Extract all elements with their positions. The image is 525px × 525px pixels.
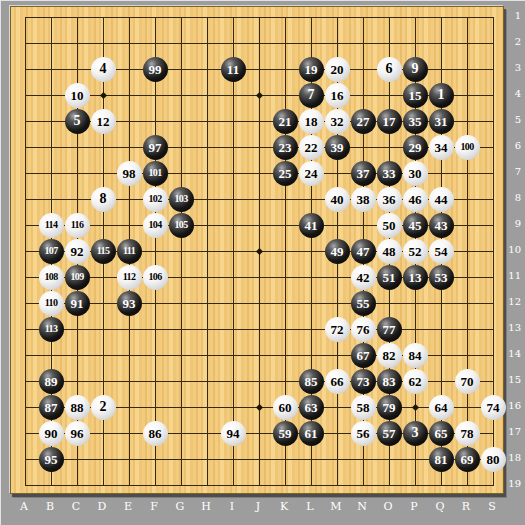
- stone-move-number: 92: [71, 245, 84, 258]
- stone-move-number: 104: [148, 220, 161, 230]
- column-label: M: [323, 501, 349, 513]
- stone: 78: [455, 421, 480, 446]
- stone: 107: [39, 239, 64, 264]
- stone-move-number: 80: [487, 453, 500, 466]
- stone-move-number: 35: [409, 115, 422, 128]
- stone: 29: [403, 135, 428, 160]
- stone: 113: [39, 317, 64, 342]
- stone-move-number: 12: [97, 115, 110, 128]
- stone: 50: [377, 213, 402, 238]
- stone-move-number: 108: [44, 272, 57, 282]
- stone: 44: [429, 187, 454, 212]
- stone-move-number: 41: [305, 219, 318, 232]
- stone: 49: [325, 239, 350, 264]
- row-label: 15: [505, 374, 521, 386]
- stone: 110: [39, 291, 64, 316]
- stone-move-number: 54: [435, 245, 448, 258]
- stone: 8: [91, 187, 116, 212]
- stone-move-number: 10: [71, 89, 84, 102]
- stone: 61: [299, 421, 324, 446]
- stone-move-number: 66: [331, 375, 344, 388]
- stone-move-number: 38: [357, 193, 370, 206]
- stone: 100: [455, 135, 480, 160]
- row-label: 6: [505, 140, 521, 152]
- row-label: 5: [505, 114, 521, 126]
- stone-move-number: 45: [409, 219, 422, 232]
- column-label: H: [193, 501, 219, 513]
- stone-move-number: 63: [305, 401, 318, 414]
- stone-move-number: 64: [435, 401, 448, 414]
- stone-move-number: 96: [71, 427, 84, 440]
- stone: 105: [169, 213, 194, 238]
- stone: 81: [429, 447, 454, 472]
- stone-move-number: 65: [435, 427, 448, 440]
- stone-move-number: 114: [45, 220, 58, 230]
- stone-move-number: 93: [123, 297, 136, 310]
- stone: 109: [65, 265, 90, 290]
- stone-move-number: 27: [357, 115, 370, 128]
- stone-move-number: 52: [409, 245, 422, 258]
- stone-move-number: 76: [357, 323, 370, 336]
- column-label: N: [349, 501, 375, 513]
- stone: 42: [351, 265, 376, 290]
- stone: 104: [143, 213, 168, 238]
- stone: 67: [351, 343, 376, 368]
- column-label: B: [37, 501, 63, 513]
- stone-move-number: 87: [45, 401, 58, 414]
- row-label: 12: [505, 296, 521, 308]
- column-label: I: [219, 501, 245, 513]
- row-label: 16: [505, 400, 521, 412]
- stone: 38: [351, 187, 376, 212]
- stone-move-number: 69: [461, 453, 474, 466]
- stone: 6: [377, 57, 402, 82]
- row-label: 18: [505, 452, 521, 464]
- stone: 74: [481, 395, 506, 420]
- stone-move-number: 112: [123, 272, 136, 282]
- row-label: 14: [505, 348, 521, 360]
- column-label: G: [167, 501, 193, 513]
- bottom-coordinate-band: ABCDEFGHIJKLMNOPQRS: [1, 498, 525, 525]
- stone: 4: [91, 57, 116, 82]
- stone: 111: [117, 239, 142, 264]
- stone: 30: [403, 161, 428, 186]
- stone-move-number: 74: [487, 401, 500, 414]
- stone-move-number: 32: [331, 115, 344, 128]
- stone: 72: [325, 317, 350, 342]
- stone: 2: [91, 395, 116, 420]
- stone-move-number: 53: [435, 271, 448, 284]
- stone: 53: [429, 265, 454, 290]
- stone-move-number: 19: [305, 63, 318, 76]
- stone: 63: [299, 395, 324, 420]
- stone-move-number: 102: [148, 194, 161, 204]
- stone-move-number: 67: [357, 349, 370, 362]
- stone-move-number: 107: [44, 246, 57, 256]
- stone-move-number: 47: [357, 245, 370, 258]
- stone: 15: [403, 83, 428, 108]
- stone-move-number: 15: [409, 89, 422, 102]
- stone: 95: [39, 447, 64, 472]
- stone: 43: [429, 213, 454, 238]
- stone: 96: [65, 421, 90, 446]
- row-label: 9: [505, 218, 521, 230]
- stone: 9: [403, 57, 428, 82]
- stone: 54: [429, 239, 454, 264]
- stone-move-number: 115: [97, 246, 110, 256]
- stone-move-number: 29: [409, 141, 422, 154]
- stone: 55: [351, 291, 376, 316]
- stone-move-number: 30: [409, 167, 422, 180]
- row-label: 19: [505, 478, 521, 490]
- stone: 25: [273, 161, 298, 186]
- stone: 45: [403, 213, 428, 238]
- stone-move-number: 109: [70, 272, 83, 282]
- stone-move-number: 73: [357, 375, 370, 388]
- stone-move-number: 99: [149, 63, 162, 76]
- goban[interactable]: 1234567891011121315161718192021222324252…: [10, 6, 504, 494]
- stone-move-number: 113: [45, 324, 58, 334]
- stone-move-number: 51: [383, 271, 396, 284]
- stone-move-number: 89: [45, 375, 58, 388]
- stone: 69: [455, 447, 480, 472]
- stone: 59: [273, 421, 298, 446]
- stone-move-number: 100: [460, 142, 473, 152]
- stone: 82: [377, 343, 402, 368]
- app-window: 1234567891011121315161718192021222324252…: [0, 0, 525, 525]
- stone-move-number: 86: [149, 427, 162, 440]
- stone: 5: [65, 109, 90, 134]
- stone: 106: [143, 265, 168, 290]
- stone: 103: [169, 187, 194, 212]
- stone-move-number: 48: [383, 245, 396, 258]
- column-label: S: [479, 501, 505, 513]
- stone: 23: [273, 135, 298, 160]
- stone: 11: [221, 57, 246, 82]
- stone-move-number: 56: [357, 427, 370, 440]
- stone-move-number: 91: [71, 297, 84, 310]
- stone-move-number: 55: [357, 297, 370, 310]
- stone-move-number: 17: [383, 115, 396, 128]
- stone-move-number: 46: [409, 193, 422, 206]
- stone-move-number: 111: [123, 246, 135, 256]
- stone-move-number: 43: [435, 219, 448, 232]
- stone: 37: [351, 161, 376, 186]
- row-label: 8: [505, 192, 521, 204]
- row-label: 13: [505, 322, 521, 334]
- stone-move-number: 42: [357, 271, 370, 284]
- stone: 32: [325, 109, 350, 134]
- stone-move-number: 103: [174, 194, 187, 204]
- stone: 65: [429, 421, 454, 446]
- stone-move-number: 98: [123, 167, 136, 180]
- stone: 90: [39, 421, 64, 446]
- stone-move-number: 6: [386, 62, 393, 76]
- stone: 85: [299, 369, 324, 394]
- row-label: 17: [505, 426, 521, 438]
- column-label: D: [89, 501, 115, 513]
- column-label: F: [141, 501, 167, 513]
- stone-move-number: 36: [383, 193, 396, 206]
- stone-move-number: 94: [227, 427, 240, 440]
- column-label: Q: [427, 501, 453, 513]
- stone: 94: [221, 421, 246, 446]
- stone: 1: [429, 83, 454, 108]
- stone: 19: [299, 57, 324, 82]
- stone-move-number: 97: [149, 141, 162, 154]
- stone: 91: [65, 291, 90, 316]
- stone: 64: [429, 395, 454, 420]
- stone: 7: [299, 83, 324, 108]
- stone: 33: [377, 161, 402, 186]
- stone-move-number: 88: [71, 401, 84, 414]
- stone: 13: [403, 265, 428, 290]
- stone: 36: [377, 187, 402, 212]
- stone: 18: [299, 109, 324, 134]
- stone-move-number: 4: [100, 62, 107, 76]
- stone: 34: [429, 135, 454, 160]
- stone-move-number: 1: [438, 88, 445, 102]
- stone: 77: [377, 317, 402, 342]
- stone-move-number: 40: [331, 193, 344, 206]
- column-label: O: [375, 501, 401, 513]
- stone-move-number: 83: [383, 375, 396, 388]
- stone: 52: [403, 239, 428, 264]
- stone: 58: [351, 395, 376, 420]
- stone-move-number: 44: [435, 193, 448, 206]
- stone-move-number: 5: [74, 114, 81, 128]
- stone-move-number: 8: [100, 192, 107, 206]
- stone-move-number: 23: [279, 141, 292, 154]
- stone: 21: [273, 109, 298, 134]
- stone-move-number: 21: [279, 115, 292, 128]
- stone: 70: [455, 369, 480, 394]
- stone-move-number: 11: [227, 63, 239, 76]
- stone-move-number: 58: [357, 401, 370, 414]
- row-label: 3: [505, 62, 521, 74]
- stone-move-number: 25: [279, 167, 292, 180]
- stone-move-number: 33: [383, 167, 396, 180]
- row-label: 10: [505, 244, 521, 256]
- stone-move-number: 50: [383, 219, 396, 232]
- stone: 79: [377, 395, 402, 420]
- stone-move-number: 20: [331, 63, 344, 76]
- stone: 73: [351, 369, 376, 394]
- stone: 40: [325, 187, 350, 212]
- stone-move-number: 60: [279, 401, 292, 414]
- stone: 31: [429, 109, 454, 134]
- stone-move-number: 84: [409, 349, 422, 362]
- column-label: L: [297, 501, 323, 513]
- stone: 60: [273, 395, 298, 420]
- stone-move-number: 110: [45, 298, 58, 308]
- column-label: J: [245, 501, 271, 513]
- stone-move-number: 34: [435, 141, 448, 154]
- stone: 99: [143, 57, 168, 82]
- stone: 57: [377, 421, 402, 446]
- stone-move-number: 82: [383, 349, 396, 362]
- stone: 93: [117, 291, 142, 316]
- stone-move-number: 61: [305, 427, 318, 440]
- column-label: C: [63, 501, 89, 513]
- stone: 88: [65, 395, 90, 420]
- stone-move-number: 78: [461, 427, 474, 440]
- stone: 20: [325, 57, 350, 82]
- stone: 112: [117, 265, 142, 290]
- stone: 84: [403, 343, 428, 368]
- stone-move-number: 105: [174, 220, 187, 230]
- stone-move-number: 116: [71, 220, 84, 230]
- row-label: 4: [505, 88, 521, 100]
- stone: 35: [403, 109, 428, 134]
- stone-move-number: 18: [305, 115, 318, 128]
- stone: 27: [351, 109, 376, 134]
- stone: 24: [299, 161, 324, 186]
- stone-move-number: 37: [357, 167, 370, 180]
- stone-move-number: 81: [435, 453, 448, 466]
- column-label: K: [271, 501, 297, 513]
- stone: 101: [143, 161, 168, 186]
- stone-move-number: 70: [461, 375, 474, 388]
- column-label: R: [453, 501, 479, 513]
- stone: 97: [143, 135, 168, 160]
- row-label: 2: [505, 36, 521, 48]
- stone-move-number: 2: [100, 400, 107, 414]
- stone: 115: [91, 239, 116, 264]
- stone: 108: [39, 265, 64, 290]
- stone-move-number: 85: [305, 375, 318, 388]
- row-label: 7: [505, 166, 521, 178]
- stone-move-number: 31: [435, 115, 448, 128]
- stone: 116: [65, 213, 90, 238]
- stone: 80: [481, 447, 506, 472]
- stone: 47: [351, 239, 376, 264]
- stone-move-number: 59: [279, 427, 292, 440]
- stone: 83: [377, 369, 402, 394]
- stone-move-number: 9: [412, 62, 419, 76]
- stone: 102: [143, 187, 168, 212]
- stone: 76: [351, 317, 376, 342]
- stone: 48: [377, 239, 402, 264]
- stone: 98: [117, 161, 142, 186]
- stone: 12: [91, 109, 116, 134]
- stone-move-number: 79: [383, 401, 396, 414]
- stone-move-number: 95: [45, 453, 58, 466]
- stone: 87: [39, 395, 64, 420]
- stone-move-number: 13: [409, 271, 422, 284]
- stone-move-number: 7: [308, 88, 315, 102]
- stone-move-number: 24: [305, 167, 318, 180]
- stone: 62: [403, 369, 428, 394]
- stone-move-number: 57: [383, 427, 396, 440]
- stone: 89: [39, 369, 64, 394]
- stone: 46: [403, 187, 428, 212]
- stone-move-number: 72: [331, 323, 344, 336]
- stone-move-number: 90: [45, 427, 58, 440]
- stone: 92: [65, 239, 90, 264]
- stone: 86: [143, 421, 168, 446]
- stone: 22: [299, 135, 324, 160]
- stone-move-number: 62: [409, 375, 422, 388]
- stone: 10: [65, 83, 90, 108]
- stone: 17: [377, 109, 402, 134]
- stone-move-number: 3: [412, 426, 419, 440]
- stone-move-number: 101: [148, 168, 161, 178]
- stone: 66: [325, 369, 350, 394]
- stone-move-number: 106: [148, 272, 161, 282]
- column-label: A: [11, 501, 37, 513]
- stone: 41: [299, 213, 324, 238]
- stone: 114: [39, 213, 64, 238]
- column-label: P: [401, 501, 427, 513]
- row-label: 11: [505, 270, 521, 282]
- stone: 3: [403, 421, 428, 446]
- stone-move-number: 22: [305, 141, 318, 154]
- stone: 39: [325, 135, 350, 160]
- stone: 56: [351, 421, 376, 446]
- row-label: 1: [505, 10, 521, 22]
- stone-move-number: 49: [331, 245, 344, 258]
- stone-move-number: 77: [383, 323, 396, 336]
- stone: 16: [325, 83, 350, 108]
- right-coordinate-band: 12345678910111213141516171819: [504, 1, 525, 498]
- stone-move-number: 16: [331, 89, 344, 102]
- column-label: E: [115, 501, 141, 513]
- stone-move-number: 39: [331, 141, 344, 154]
- stone: 51: [377, 265, 402, 290]
